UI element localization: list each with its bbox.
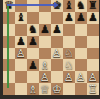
piece-white-pawn[interactable]: ♙ bbox=[75, 71, 87, 83]
square-a8[interactable]: ♛ bbox=[3, 0, 15, 12]
piece-white-queen[interactable]: ♕ bbox=[39, 83, 51, 95]
piece-white-king[interactable]: ♔ bbox=[51, 83, 63, 95]
square-d8[interactable] bbox=[39, 0, 51, 12]
square-g1[interactable] bbox=[75, 83, 87, 95]
piece-black-pawn[interactable]: ♟ bbox=[63, 12, 75, 24]
square-f2[interactable]: ♙ bbox=[63, 71, 75, 83]
square-d1[interactable]: ♕ bbox=[39, 83, 51, 95]
piece-black-bishop[interactable]: ♝ bbox=[15, 12, 27, 24]
square-h3[interactable] bbox=[87, 59, 99, 71]
square-f1[interactable] bbox=[63, 83, 75, 95]
square-e3[interactable] bbox=[51, 59, 63, 71]
square-f5[interactable] bbox=[63, 36, 75, 48]
square-c2[interactable] bbox=[27, 71, 39, 83]
square-b4[interactable]: ♙ bbox=[15, 48, 27, 60]
square-d6[interactable]: ♟ bbox=[39, 24, 51, 36]
square-d4[interactable] bbox=[39, 48, 51, 60]
piece-black-pawn[interactable]: ♟ bbox=[27, 36, 39, 48]
square-b1[interactable] bbox=[15, 83, 27, 95]
square-g3[interactable] bbox=[75, 59, 87, 71]
piece-white-rook[interactable]: ♖ bbox=[87, 83, 99, 95]
piece-white-pawn[interactable]: ♙ bbox=[63, 71, 75, 83]
square-f6[interactable] bbox=[63, 24, 75, 36]
square-c3[interactable]: ♟ bbox=[27, 59, 39, 71]
square-h4[interactable] bbox=[87, 48, 99, 60]
piece-black-pawn[interactable]: ♟ bbox=[51, 24, 63, 36]
square-a1[interactable] bbox=[3, 83, 15, 95]
square-g5[interactable] bbox=[75, 36, 87, 48]
piece-black-pawn[interactable]: ♟ bbox=[15, 36, 27, 48]
square-a6[interactable] bbox=[3, 24, 15, 36]
piece-white-bishop[interactable]: ♗ bbox=[39, 59, 51, 71]
piece-white-bishop[interactable]: ♗ bbox=[27, 83, 39, 95]
chess-board[interactable]: ♛♚♝♞♜♝♟♟♟♞♟♟♟♟♙♙♘♟♗♘♙♙♙♙♗♕♔♖ bbox=[3, 0, 99, 95]
square-e8[interactable]: ♚ bbox=[51, 0, 63, 12]
square-h5[interactable] bbox=[87, 36, 99, 48]
square-h6[interactable] bbox=[87, 24, 99, 36]
piece-black-pawn[interactable]: ♟ bbox=[27, 59, 39, 71]
square-e2[interactable] bbox=[51, 71, 63, 83]
piece-white-knight[interactable]: ♘ bbox=[63, 48, 75, 60]
square-d5[interactable] bbox=[39, 36, 51, 48]
square-b5[interactable]: ♟ bbox=[15, 36, 27, 48]
square-h2[interactable]: ♙ bbox=[87, 71, 99, 83]
square-d3[interactable]: ♗ bbox=[39, 59, 51, 71]
piece-white-pawn[interactable]: ♙ bbox=[51, 48, 63, 60]
square-b2[interactable] bbox=[15, 71, 27, 83]
square-f4[interactable]: ♘ bbox=[63, 48, 75, 60]
square-a4[interactable] bbox=[3, 48, 15, 60]
square-h7[interactable]: ♟ bbox=[87, 12, 99, 24]
square-c5[interactable]: ♟ bbox=[27, 36, 39, 48]
square-g6[interactable] bbox=[75, 24, 87, 36]
square-c4[interactable] bbox=[27, 48, 39, 60]
square-a7[interactable] bbox=[3, 12, 15, 24]
square-e7[interactable] bbox=[51, 12, 63, 24]
square-d7[interactable] bbox=[39, 12, 51, 24]
square-a5[interactable] bbox=[3, 36, 15, 48]
piece-black-pawn[interactable]: ♟ bbox=[87, 12, 99, 24]
square-b3[interactable] bbox=[15, 59, 27, 71]
piece-black-pawn[interactable]: ♟ bbox=[39, 24, 51, 36]
piece-black-knight[interactable]: ♞ bbox=[27, 24, 39, 36]
piece-white-pawn[interactable]: ♙ bbox=[39, 71, 51, 83]
piece-black-pawn[interactable]: ♟ bbox=[75, 12, 87, 24]
square-b6[interactable] bbox=[15, 24, 27, 36]
square-a2[interactable] bbox=[3, 71, 15, 83]
square-a3[interactable] bbox=[3, 59, 15, 71]
square-c1[interactable]: ♗ bbox=[27, 83, 39, 95]
square-f3[interactable]: ♘ bbox=[63, 59, 75, 71]
piece-white-pawn[interactable]: ♙ bbox=[15, 48, 27, 60]
square-h1[interactable]: ♖ bbox=[87, 83, 99, 95]
square-e5[interactable] bbox=[51, 36, 63, 48]
square-f7[interactable]: ♟ bbox=[63, 12, 75, 24]
piece-white-pawn[interactable]: ♙ bbox=[87, 71, 99, 83]
square-c6[interactable]: ♞ bbox=[27, 24, 39, 36]
square-g7[interactable]: ♟ bbox=[75, 12, 87, 24]
square-c7[interactable] bbox=[27, 12, 39, 24]
square-g4[interactable] bbox=[75, 48, 87, 60]
square-e6[interactable]: ♟ bbox=[51, 24, 63, 36]
piece-white-knight[interactable]: ♘ bbox=[63, 59, 75, 71]
square-c8[interactable] bbox=[27, 0, 39, 12]
square-e1[interactable]: ♔ bbox=[51, 83, 63, 95]
square-e4[interactable]: ♙ bbox=[51, 48, 63, 60]
square-d2[interactable]: ♙ bbox=[39, 71, 51, 83]
piece-black-king[interactable]: ♚ bbox=[51, 0, 63, 12]
square-g2[interactable]: ♙ bbox=[75, 71, 87, 83]
piece-black-queen[interactable]: ♛ bbox=[3, 0, 15, 12]
square-b7[interactable]: ♝ bbox=[15, 12, 27, 24]
